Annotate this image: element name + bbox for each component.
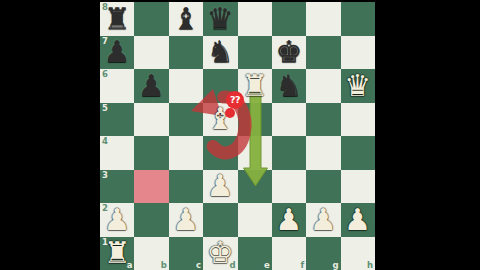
blunder-badge-dot (225, 108, 235, 118)
pieces-layer: ♜♝♛♟♞♚♟♜♞♛♝♟♟♟♟♟♟♜♚ (100, 2, 375, 270)
piece-black-bishop-c8[interactable]: ♝ (169, 2, 203, 36)
piece-white-pawn-a2[interactable]: ♟ (100, 203, 134, 237)
piece-black-pawn-a7[interactable]: ♟ (100, 36, 134, 70)
chess-board: 87654321abcdefgh ♜♝♛♟♞♚♟♜♞♛♝♟♟♟♟♟♟♜♚ ?? (100, 2, 375, 270)
piece-white-pawn-h2[interactable]: ♟ (341, 203, 375, 237)
blunder-badge: ?? (226, 91, 244, 109)
piece-white-pawn-g2[interactable]: ♟ (306, 203, 340, 237)
piece-black-knight-d7[interactable]: ♞ (203, 36, 237, 70)
piece-white-queen-h6[interactable]: ♛ (341, 69, 375, 103)
piece-black-pawn-b6[interactable]: ♟ (134, 69, 168, 103)
piece-black-queen-d8[interactable]: ♛ (203, 2, 237, 36)
blunder-badge-text: ?? (230, 94, 240, 105)
piece-white-pawn-d3[interactable]: ♟ (203, 170, 237, 204)
piece-black-knight-f6[interactable]: ♞ (272, 69, 306, 103)
piece-white-pawn-c2[interactable]: ♟ (169, 203, 203, 237)
piece-white-king-d1[interactable]: ♚ (203, 237, 237, 270)
piece-white-rook-a1[interactable]: ♜ (100, 237, 134, 270)
piece-white-pawn-f2[interactable]: ♟ (272, 203, 306, 237)
piece-black-king-f7[interactable]: ♚ (272, 36, 306, 70)
piece-black-rook-a8[interactable]: ♜ (100, 2, 134, 36)
letterboxed-stage: 87654321abcdefgh ♜♝♛♟♞♚♟♜♞♛♝♟♟♟♟♟♟♜♚ ?? (0, 0, 480, 270)
